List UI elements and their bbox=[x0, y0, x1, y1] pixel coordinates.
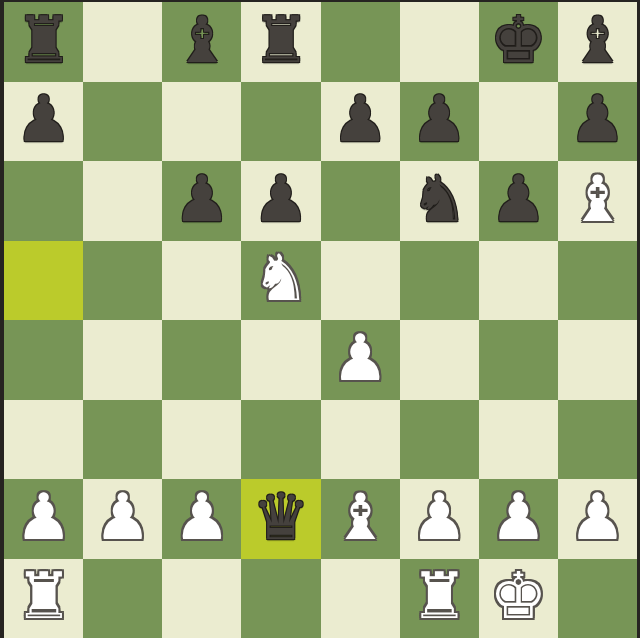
square-h8[interactable]: ♝ bbox=[558, 2, 637, 82]
square-f8[interactable] bbox=[400, 2, 479, 82]
black-bishop[interactable]: ♝ bbox=[569, 8, 626, 72]
square-a8[interactable]: ♜ bbox=[4, 2, 83, 82]
square-g3[interactable] bbox=[479, 400, 558, 480]
square-h4[interactable] bbox=[558, 320, 637, 400]
white-pawn[interactable]: ♟ bbox=[569, 485, 626, 549]
square-f7[interactable]: ♟ bbox=[400, 82, 479, 162]
square-h3[interactable] bbox=[558, 400, 637, 480]
square-c7[interactable] bbox=[162, 82, 241, 162]
black-pawn[interactable]: ♟ bbox=[569, 87, 626, 151]
square-h1[interactable] bbox=[558, 559, 637, 638]
square-e5[interactable] bbox=[321, 241, 400, 321]
square-h5[interactable] bbox=[558, 241, 637, 321]
black-pawn[interactable]: ♟ bbox=[15, 87, 72, 151]
black-bishop[interactable]: ♝ bbox=[173, 8, 230, 72]
square-d2[interactable]: ♛ bbox=[241, 479, 320, 559]
square-a6[interactable] bbox=[4, 161, 83, 241]
square-f1[interactable]: ♜ bbox=[400, 559, 479, 638]
square-g1[interactable]: ♚ bbox=[479, 559, 558, 638]
square-e3[interactable] bbox=[321, 400, 400, 480]
square-d6[interactable]: ♟ bbox=[241, 161, 320, 241]
black-queen[interactable]: ♛ bbox=[252, 485, 309, 549]
black-rook[interactable]: ♜ bbox=[252, 8, 309, 72]
square-h7[interactable]: ♟ bbox=[558, 82, 637, 162]
square-c3[interactable] bbox=[162, 400, 241, 480]
white-bishop[interactable]: ♝ bbox=[569, 167, 626, 231]
square-d5[interactable]: ♞ bbox=[241, 241, 320, 321]
square-d1[interactable] bbox=[241, 559, 320, 638]
square-c6[interactable]: ♟ bbox=[162, 161, 241, 241]
black-pawn[interactable]: ♟ bbox=[252, 167, 309, 231]
white-bishop[interactable]: ♝ bbox=[331, 485, 388, 549]
square-h2[interactable]: ♟ bbox=[558, 479, 637, 559]
square-b7[interactable] bbox=[83, 82, 162, 162]
square-c2[interactable]: ♟ bbox=[162, 479, 241, 559]
square-b8[interactable] bbox=[83, 2, 162, 82]
square-c5[interactable] bbox=[162, 241, 241, 321]
black-king[interactable]: ♚ bbox=[490, 8, 547, 72]
square-f2[interactable]: ♟ bbox=[400, 479, 479, 559]
square-e2[interactable]: ♝ bbox=[321, 479, 400, 559]
black-pawn[interactable]: ♟ bbox=[411, 87, 468, 151]
white-rook[interactable]: ♜ bbox=[15, 564, 72, 628]
square-e8[interactable] bbox=[321, 2, 400, 82]
white-pawn[interactable]: ♟ bbox=[94, 485, 151, 549]
square-d3[interactable] bbox=[241, 400, 320, 480]
square-e4[interactable]: ♟ bbox=[321, 320, 400, 400]
square-a5[interactable] bbox=[4, 241, 83, 321]
white-pawn[interactable]: ♟ bbox=[173, 485, 230, 549]
square-b6[interactable] bbox=[83, 161, 162, 241]
square-h6[interactable]: ♝ bbox=[558, 161, 637, 241]
square-d7[interactable] bbox=[241, 82, 320, 162]
black-pawn[interactable]: ♟ bbox=[331, 87, 388, 151]
white-king[interactable]: ♚ bbox=[490, 564, 547, 628]
board-frame: ♜♝♜♚♝♟♟♟♟♟♟♞♟♝♞♟♟♟♟♛♝♟♟♟♜♜♚ bbox=[0, 0, 640, 638]
black-knight[interactable]: ♞ bbox=[411, 167, 468, 231]
square-g4[interactable] bbox=[479, 320, 558, 400]
black-rook[interactable]: ♜ bbox=[15, 8, 72, 72]
square-a7[interactable]: ♟ bbox=[4, 82, 83, 162]
square-e7[interactable]: ♟ bbox=[321, 82, 400, 162]
chess-board: ♜♝♜♚♝♟♟♟♟♟♟♞♟♝♞♟♟♟♟♛♝♟♟♟♜♜♚ bbox=[4, 2, 637, 638]
square-c8[interactable]: ♝ bbox=[162, 2, 241, 82]
square-a2[interactable]: ♟ bbox=[4, 479, 83, 559]
square-e1[interactable] bbox=[321, 559, 400, 638]
square-a1[interactable]: ♜ bbox=[4, 559, 83, 638]
square-b4[interactable] bbox=[83, 320, 162, 400]
white-pawn[interactable]: ♟ bbox=[15, 485, 72, 549]
black-pawn[interactable]: ♟ bbox=[490, 167, 547, 231]
square-f5[interactable] bbox=[400, 241, 479, 321]
white-rook[interactable]: ♜ bbox=[411, 564, 468, 628]
square-g5[interactable] bbox=[479, 241, 558, 321]
white-knight[interactable]: ♞ bbox=[252, 246, 309, 310]
square-g6[interactable]: ♟ bbox=[479, 161, 558, 241]
square-b2[interactable]: ♟ bbox=[83, 479, 162, 559]
square-f3[interactable] bbox=[400, 400, 479, 480]
white-pawn[interactable]: ♟ bbox=[490, 485, 547, 549]
square-d8[interactable]: ♜ bbox=[241, 2, 320, 82]
square-g2[interactable]: ♟ bbox=[479, 479, 558, 559]
black-pawn[interactable]: ♟ bbox=[173, 167, 230, 231]
square-f4[interactable] bbox=[400, 320, 479, 400]
square-c1[interactable] bbox=[162, 559, 241, 638]
square-b5[interactable] bbox=[83, 241, 162, 321]
square-b3[interactable] bbox=[83, 400, 162, 480]
square-b1[interactable] bbox=[83, 559, 162, 638]
square-f6[interactable]: ♞ bbox=[400, 161, 479, 241]
white-pawn[interactable]: ♟ bbox=[331, 326, 388, 390]
square-e6[interactable] bbox=[321, 161, 400, 241]
square-c4[interactable] bbox=[162, 320, 241, 400]
square-a4[interactable] bbox=[4, 320, 83, 400]
white-pawn[interactable]: ♟ bbox=[411, 485, 468, 549]
square-a3[interactable] bbox=[4, 400, 83, 480]
square-g7[interactable] bbox=[479, 82, 558, 162]
square-d4[interactable] bbox=[241, 320, 320, 400]
square-g8[interactable]: ♚ bbox=[479, 2, 558, 82]
